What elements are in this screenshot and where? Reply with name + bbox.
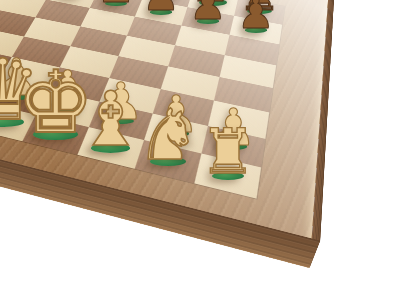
chessboard-photo: ♜♞♝♛♚♝♞♜♟♟♟♟♟♟♟♟♟♟♟♟♟♟♟♟♜♞♝♛♚♝♞♜ [0, 0, 400, 300]
board-edge-right [310, 0, 336, 268]
square-g1[interactable] [135, 140, 202, 183]
board-3d-scene [0, 0, 400, 300]
chess-board [0, 0, 328, 268]
board-squares [0, 0, 285, 199]
